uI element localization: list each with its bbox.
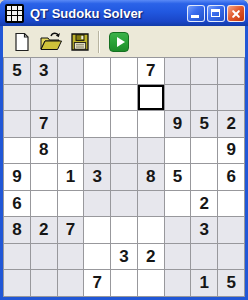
- cell-r7c6[interactable]: [138, 217, 164, 243]
- cell-r7c5[interactable]: [111, 217, 137, 243]
- open-folder-icon: [39, 31, 63, 52]
- cell-r9c4[interactable]: 7: [84, 270, 110, 296]
- cell-r8c1[interactable]: [4, 244, 30, 270]
- maximize-icon: [211, 9, 220, 17]
- cell-r7c7[interactable]: [165, 217, 191, 243]
- window-controls: [187, 5, 245, 22]
- cell-r3c9[interactable]: 2: [218, 111, 244, 137]
- cell-r6c1[interactable]: 6: [4, 191, 30, 217]
- cell-r4c7[interactable]: [165, 138, 191, 164]
- cell-r6c6[interactable]: [138, 191, 164, 217]
- cell-r5c4[interactable]: 3: [84, 164, 110, 190]
- toolbar: [3, 26, 245, 57]
- cell-r1c2[interactable]: 3: [31, 58, 57, 84]
- cell-r8c4[interactable]: [84, 244, 110, 270]
- cell-r6c5[interactable]: [111, 191, 137, 217]
- cell-r2c7[interactable]: [165, 85, 191, 111]
- cell-r2c5[interactable]: [111, 85, 137, 111]
- cell-r9c1[interactable]: [4, 270, 30, 296]
- sudoku-grid: 53779528991385662827332715: [3, 57, 245, 297]
- cell-r2c6[interactable]: [138, 85, 164, 111]
- cell-r8c6[interactable]: 2: [138, 244, 164, 270]
- cell-r4c9[interactable]: 9: [218, 138, 244, 164]
- cell-r3c5[interactable]: [111, 111, 137, 137]
- cell-r1c5[interactable]: [111, 58, 137, 84]
- cell-r5c5[interactable]: [111, 164, 137, 190]
- cell-r3c7[interactable]: 9: [165, 111, 191, 137]
- cell-r3c3[interactable]: [58, 111, 84, 137]
- cell-r3c1[interactable]: [4, 111, 30, 137]
- cell-r9c9[interactable]: 5: [218, 270, 244, 296]
- cell-r7c1[interactable]: 8: [4, 217, 30, 243]
- cell-r5c7[interactable]: 5: [165, 164, 191, 190]
- cell-r4c4[interactable]: [84, 138, 110, 164]
- toolbar-separator: [98, 31, 100, 53]
- cell-r8c3[interactable]: [58, 244, 84, 270]
- cell-r4c1[interactable]: [4, 138, 30, 164]
- cell-r1c9[interactable]: [218, 58, 244, 84]
- cell-r3c6[interactable]: [138, 111, 164, 137]
- cell-r8c8[interactable]: [191, 244, 217, 270]
- cell-r6c7[interactable]: [165, 191, 191, 217]
- open-button[interactable]: [37, 28, 64, 55]
- cell-r2c2[interactable]: [31, 85, 57, 111]
- cell-r4c2[interactable]: 8: [31, 138, 57, 164]
- cell-r4c5[interactable]: [111, 138, 137, 164]
- cell-r2c3[interactable]: [58, 85, 84, 111]
- cell-r5c2[interactable]: [31, 164, 57, 190]
- app-window: QT Sudoku Solver: [0, 0, 248, 300]
- cell-r8c2[interactable]: [31, 244, 57, 270]
- cell-r8c9[interactable]: [218, 244, 244, 270]
- cell-r2c8[interactable]: [191, 85, 217, 111]
- cell-r6c8[interactable]: 2: [191, 191, 217, 217]
- new-file-icon: [12, 32, 32, 52]
- minimize-icon: [191, 15, 199, 18]
- cell-r9c6[interactable]: [138, 270, 164, 296]
- cell-r7c3[interactable]: 7: [58, 217, 84, 243]
- save-button[interactable]: [66, 28, 93, 55]
- cell-r4c3[interactable]: [58, 138, 84, 164]
- cell-r1c6[interactable]: 7: [138, 58, 164, 84]
- cell-r3c2[interactable]: 7: [31, 111, 57, 137]
- cell-r5c9[interactable]: 6: [218, 164, 244, 190]
- maximize-button[interactable]: [207, 5, 225, 22]
- save-floppy-icon: [70, 32, 90, 52]
- titlebar[interactable]: QT Sudoku Solver: [0, 0, 248, 26]
- cell-r1c4[interactable]: [84, 58, 110, 84]
- close-icon: [228, 6, 244, 21]
- cell-r9c2[interactable]: [31, 270, 57, 296]
- cell-r3c8[interactable]: 5: [191, 111, 217, 137]
- cell-r1c3[interactable]: [58, 58, 84, 84]
- solve-button[interactable]: [105, 28, 132, 55]
- sudoku-grid-icon: [5, 4, 24, 23]
- play-icon: [109, 32, 129, 52]
- cell-r8c5[interactable]: 3: [111, 244, 137, 270]
- cell-r5c6[interactable]: 8: [138, 164, 164, 190]
- cell-r5c1[interactable]: 9: [4, 164, 30, 190]
- cell-r5c3[interactable]: 1: [58, 164, 84, 190]
- cell-r7c9[interactable]: [218, 217, 244, 243]
- window-title: QT Sudoku Solver: [30, 6, 187, 21]
- cell-r1c8[interactable]: [191, 58, 217, 84]
- cell-r1c1[interactable]: 5: [4, 58, 30, 84]
- cell-r7c2[interactable]: 2: [31, 217, 57, 243]
- cell-r9c5[interactable]: [111, 270, 137, 296]
- cell-r6c2[interactable]: [31, 191, 57, 217]
- cell-r4c8[interactable]: [191, 138, 217, 164]
- cell-r9c8[interactable]: 1: [191, 270, 217, 296]
- minimize-button[interactable]: [187, 5, 205, 22]
- cell-r9c7[interactable]: [165, 270, 191, 296]
- new-button[interactable]: [8, 28, 35, 55]
- cell-r4c6[interactable]: [138, 138, 164, 164]
- close-button[interactable]: [227, 5, 245, 22]
- cell-r7c8[interactable]: 3: [191, 217, 217, 243]
- cell-r3c4[interactable]: [84, 111, 110, 137]
- cell-r5c8[interactable]: [191, 164, 217, 190]
- cell-r7c4[interactable]: [84, 217, 110, 243]
- cell-r2c9[interactable]: [218, 85, 244, 111]
- cell-r6c9[interactable]: [218, 191, 244, 217]
- cell-r6c3[interactable]: [58, 191, 84, 217]
- cell-r2c1[interactable]: [4, 85, 30, 111]
- cell-r6c4[interactable]: [84, 191, 110, 217]
- cell-r2c4[interactable]: [84, 85, 110, 111]
- cell-r1c7[interactable]: [165, 58, 191, 84]
- cell-r9c3[interactable]: [58, 270, 84, 296]
- cell-r8c7[interactable]: [165, 244, 191, 270]
